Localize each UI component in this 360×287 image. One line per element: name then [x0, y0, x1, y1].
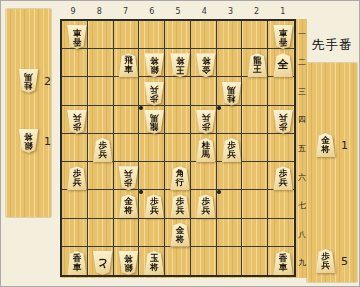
board-cell-2-4[interactable]: [242, 106, 268, 134]
board-cell-5-9[interactable]: [165, 247, 191, 275]
board-cell-1-8[interactable]: [268, 219, 294, 247]
shogi-board: 香車香車飛車銀将王将金将龍王全歩兵桂馬歩兵龍馬歩兵歩兵歩兵桂馬歩兵歩兵歩兵角行歩…: [60, 19, 307, 278]
board-cell-8-3[interactable]: [88, 77, 114, 105]
piece-7-9[interactable]: 銀将: [118, 251, 139, 275]
piece-5-2[interactable]: 王将: [170, 53, 191, 77]
board-cell-7-5[interactable]: [114, 134, 140, 162]
star-point: [139, 190, 143, 194]
piece-4-4[interactable]: 歩兵: [195, 110, 216, 134]
rank-label: 六: [297, 163, 307, 192]
board-cell-3-9[interactable]: [217, 247, 243, 275]
file-labels: 987654321: [60, 7, 296, 16]
star-point: [217, 190, 221, 194]
gote-hand-piece[interactable]: 桂馬: [18, 69, 39, 93]
piece-9-4[interactable]: 歩兵: [66, 110, 87, 134]
board-cell-5-4[interactable]: [165, 106, 191, 134]
file-label: 4: [191, 7, 217, 16]
rank-labels: 一二三四五六七八九: [297, 20, 307, 277]
piece-8-5[interactable]: 歩兵: [92, 138, 113, 162]
board-cell-7-4[interactable]: [114, 106, 140, 134]
board-cell-3-4[interactable]: [217, 106, 243, 134]
rank-label: 七: [297, 191, 307, 220]
piece-6-3[interactable]: 歩兵: [144, 82, 165, 106]
board-cell-4-1[interactable]: [191, 21, 217, 49]
board-cell-8-1[interactable]: [88, 21, 114, 49]
sente-hand-piece[interactable]: 金将: [315, 133, 336, 157]
board-cell-2-8[interactable]: [242, 219, 268, 247]
piece-6-4[interactable]: 龍馬: [144, 110, 165, 134]
piece-1-1[interactable]: 香車: [273, 25, 294, 49]
piece-7-6[interactable]: 歩兵: [118, 166, 139, 190]
board-cell-9-5[interactable]: [62, 134, 88, 162]
piece-5-7[interactable]: 歩兵: [170, 194, 191, 218]
board-cell-5-3[interactable]: [165, 77, 191, 105]
board-cell-5-5[interactable]: [165, 134, 191, 162]
piece-2-2[interactable]: 龍王: [247, 53, 268, 77]
board-cell-8-4[interactable]: [88, 106, 114, 134]
board-cell-3-2[interactable]: [217, 49, 243, 77]
hand-count: 5: [341, 255, 348, 268]
sente-hand-2: 歩兵5: [315, 249, 348, 273]
board-cell-7-8[interactable]: [114, 219, 140, 247]
board-cell-1-5[interactable]: [268, 134, 294, 162]
piece-9-9[interactable]: 香車: [66, 251, 87, 275]
board-cell-7-1[interactable]: [114, 21, 140, 49]
board-cell-6-5[interactable]: [139, 134, 165, 162]
board-cell-4-6[interactable]: [191, 162, 217, 190]
rank-label: 五: [297, 134, 307, 163]
board-cell-2-5[interactable]: [242, 134, 268, 162]
gote-hand-1: 桂馬2: [18, 69, 51, 93]
piece-1-2[interactable]: 全: [273, 53, 294, 77]
piece-6-7[interactable]: 歩兵: [144, 194, 165, 218]
piece-9-1[interactable]: 香車: [66, 25, 87, 49]
board-cell-5-1[interactable]: [165, 21, 191, 49]
board-cell-3-7[interactable]: [217, 190, 243, 218]
piece-3-3[interactable]: 桂馬: [221, 82, 242, 106]
piece-1-4[interactable]: 歩兵: [273, 110, 294, 134]
board-cell-9-2[interactable]: [62, 49, 88, 77]
board-cell-9-3[interactable]: [62, 77, 88, 105]
gote-hand-piece[interactable]: 銀将: [18, 129, 39, 153]
file-label: 8: [86, 7, 112, 16]
sente-hand-1: 金将1: [315, 133, 348, 157]
board-cell-7-3[interactable]: [114, 77, 140, 105]
piece-3-5[interactable]: 歩兵: [221, 138, 242, 162]
board-cell-2-6[interactable]: [242, 162, 268, 190]
sente-captured-tray: 金将1歩兵5: [307, 63, 357, 282]
rank-label: 八: [297, 220, 307, 249]
board-cell-1-7[interactable]: [268, 190, 294, 218]
board-cell-2-7[interactable]: [242, 190, 268, 218]
board-cell-6-1[interactable]: [139, 21, 165, 49]
file-label: 6: [139, 7, 165, 16]
board-cell-4-3[interactable]: [191, 77, 217, 105]
piece-5-6[interactable]: 角行: [170, 166, 191, 190]
board-cell-4-9[interactable]: [191, 247, 217, 275]
rank-label: 九: [297, 249, 307, 278]
star-point: [217, 106, 221, 110]
hand-count: 1: [44, 135, 51, 148]
board-cell-8-8[interactable]: [88, 219, 114, 247]
shogi-app-screen: 桂馬2銀将1 987654321 香車香車飛車銀将王将金将龍王全歩兵桂馬歩兵龍馬…: [0, 0, 360, 287]
piece-1-6[interactable]: 歩兵: [273, 166, 294, 190]
piece-8-9[interactable]: と: [92, 251, 113, 275]
board-cell-3-8[interactable]: [217, 219, 243, 247]
board-cell-2-3[interactable]: [242, 77, 268, 105]
file-label: 1: [270, 7, 296, 16]
board-cell-6-6[interactable]: [139, 162, 165, 190]
file-label: 3: [217, 7, 243, 16]
piece-9-6[interactable]: 歩兵: [66, 166, 87, 190]
board-cell-4-8[interactable]: [191, 219, 217, 247]
piece-1-9[interactable]: 香車: [273, 251, 294, 275]
board-cell-8-6[interactable]: [88, 162, 114, 190]
piece-6-2[interactable]: 銀将: [144, 53, 165, 77]
piece-4-7[interactable]: 歩兵: [195, 194, 216, 218]
board-cell-3-1[interactable]: [217, 21, 243, 49]
board-cell-9-8[interactable]: [62, 219, 88, 247]
sente-hand-piece[interactable]: 歩兵: [315, 249, 336, 273]
board-cell-2-1[interactable]: [242, 21, 268, 49]
gote-captured-tray: 桂馬2銀将1: [6, 9, 51, 217]
piece-7-2[interactable]: 飛車: [118, 53, 139, 77]
board-cell-2-9[interactable]: [242, 247, 268, 275]
rank-label: 四: [297, 106, 307, 135]
board-cell-9-7[interactable]: [62, 190, 88, 218]
file-label: 2: [244, 7, 270, 16]
piece-4-5[interactable]: 桂馬: [195, 138, 216, 162]
turn-indicator: 先手番: [306, 37, 358, 54]
star-point: [139, 106, 143, 110]
hand-count: 1: [341, 139, 348, 152]
rank-label: 三: [297, 77, 307, 106]
piece-5-8[interactable]: 金将: [170, 223, 191, 247]
board-cell-6-8[interactable]: [139, 219, 165, 247]
piece-7-7[interactable]: 金将: [118, 194, 139, 218]
board-cell-8-7[interactable]: [88, 190, 114, 218]
board-grid: 香車香車飛車銀将王将金将龍王全歩兵桂馬歩兵龍馬歩兵歩兵歩兵桂馬歩兵歩兵歩兵角行歩…: [60, 19, 296, 277]
file-label: 7: [112, 7, 138, 16]
board-cell-1-3[interactable]: [268, 77, 294, 105]
gote-hand-2: 銀将1: [18, 129, 51, 153]
board-cell-3-6[interactable]: [217, 162, 243, 190]
hand-count: 2: [44, 75, 51, 88]
piece-4-2[interactable]: 金将: [195, 53, 216, 77]
file-label: 5: [165, 7, 191, 16]
file-label: 9: [60, 7, 86, 16]
piece-6-9[interactable]: 玉将: [144, 251, 165, 275]
board-cell-8-2[interactable]: [88, 49, 114, 77]
